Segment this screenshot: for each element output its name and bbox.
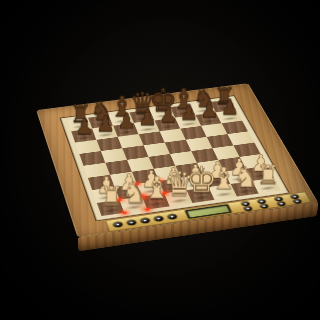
panel-button-right-r2-3[interactable] [276,201,285,206]
black-pawn-piece[interactable]: ♟ [200,100,219,121]
white-rook-piece[interactable]: ♜ [256,162,279,188]
square-b6[interactable] [96,137,122,151]
panel-button-left-3[interactable] [140,218,150,224]
black-pawn-piece[interactable]: ♟ [75,116,94,138]
panel-button-left-5[interactable] [167,214,177,220]
black-pawn-piece[interactable]: ♟ [179,102,198,123]
panel-button-right-r1-3[interactable] [274,196,283,201]
black-pawn-piece[interactable]: ♟ [117,110,136,131]
chess-computer: ♜♞♝♛♚♝♞♜♟♟♟♟♟♟♟♟♟♟♟♟♟♟♟♟♜♞♝♛♚♝♞♜ [36,83,318,237]
black-pawn-piece[interactable]: ♟ [159,105,178,126]
panel-button-right-r1-2[interactable] [257,199,266,204]
panel-button-left-2[interactable] [126,220,136,226]
panel-button-right-r2-2[interactable] [260,203,269,208]
panel-button-left-1[interactable] [113,222,123,228]
panel-button-left-4[interactable] [154,216,164,222]
panel-button-right-r1-4[interactable] [290,194,299,199]
black-pawn-piece[interactable]: ♟ [220,97,239,118]
panel-button-right-r2-1[interactable] [243,206,252,211]
scene: ♜♞♝♛♚♝♞♜♟♟♟♟♟♟♟♟♟♟♟♟♟♟♟♟♜♞♝♛♚♝♞♜ [0,0,320,320]
white-rook-piece[interactable]: ♜ [100,184,124,211]
black-pawn-piece[interactable]: ♟ [96,113,115,135]
black-pawn-piece[interactable]: ♟ [138,108,157,129]
white-bishop-piece[interactable]: ♝ [143,173,170,204]
white-knight-piece[interactable]: ♞ [121,178,147,207]
panel-button-right-r1-1[interactable] [241,201,250,206]
panel-button-right-r2-4[interactable] [292,199,301,204]
